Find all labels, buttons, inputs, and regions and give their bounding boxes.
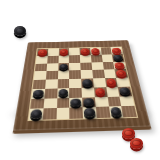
checker-black[interactable]: [110, 107, 122, 116]
square-r8c5[interactable]: [83, 107, 97, 118]
checker-red[interactable]: [106, 79, 117, 87]
checker-red[interactable]: [116, 70, 127, 77]
square-r7c3[interactable]: [56, 98, 69, 109]
checker-red[interactable]: [80, 48, 89, 54]
square-r6c4[interactable]: [69, 88, 82, 98]
square-r8c2[interactable]: [42, 108, 56, 119]
board-frame: [13, 40, 151, 130]
checker-black[interactable]: [83, 98, 94, 107]
checkers-photo-scene: [0, 0, 160, 160]
square-r5c4[interactable]: [69, 79, 81, 88]
square-r6c5[interactable]: [81, 87, 94, 97]
square-r6c3[interactable]: [57, 88, 70, 98]
checker-red[interactable]: [38, 49, 47, 55]
square-r7c4[interactable]: [69, 97, 82, 108]
checker-red[interactable]: [112, 48, 122, 54]
square-r4c1[interactable]: [34, 71, 47, 80]
square-r4c2[interactable]: [46, 71, 58, 80]
square-r8c3[interactable]: [56, 108, 70, 119]
checker-black[interactable]: [82, 79, 92, 87]
square-r5c8[interactable]: [116, 78, 130, 87]
checker-black[interactable]: [30, 110, 42, 119]
checker-black[interactable]: [33, 90, 44, 98]
square-r5c2[interactable]: [45, 79, 58, 88]
checker-red[interactable]: [91, 48, 100, 54]
checker-black[interactable]: [84, 108, 95, 117]
square-r5c5[interactable]: [81, 78, 94, 87]
checker-black[interactable]: [119, 87, 131, 95]
off-board-checker-black-1[interactable]: [14, 26, 26, 36]
board-grid: [27, 46, 138, 121]
checker-red[interactable]: [59, 49, 68, 55]
square-r6c8[interactable]: [118, 86, 132, 96]
square-r7c2[interactable]: [43, 98, 56, 109]
square-r7c8[interactable]: [120, 96, 135, 107]
checker-black[interactable]: [59, 63, 68, 70]
square-r4c3[interactable]: [57, 71, 69, 80]
square-r5c3[interactable]: [57, 79, 69, 88]
square-r6c2[interactable]: [44, 88, 57, 98]
checker-red[interactable]: [95, 88, 106, 96]
off-board-checker-red-2[interactable]: [122, 128, 135, 139]
checker-black[interactable]: [113, 55, 123, 61]
checker-black[interactable]: [71, 98, 82, 107]
square-r6c1[interactable]: [31, 89, 44, 99]
checker-red[interactable]: [114, 62, 124, 69]
square-r7c5[interactable]: [82, 97, 96, 108]
square-r7c1[interactable]: [30, 98, 44, 109]
square-r4c8[interactable]: [115, 69, 128, 78]
square-r8c8[interactable]: [121, 106, 136, 117]
square-r5c1[interactable]: [33, 80, 46, 89]
square-r4c4[interactable]: [69, 70, 81, 79]
square-r8c1[interactable]: [29, 109, 44, 120]
checker-black[interactable]: [58, 89, 68, 97]
square-r8c4[interactable]: [69, 107, 83, 118]
off-board-checker-red-3[interactable]: [130, 138, 143, 149]
square-r4c5[interactable]: [81, 70, 93, 79]
